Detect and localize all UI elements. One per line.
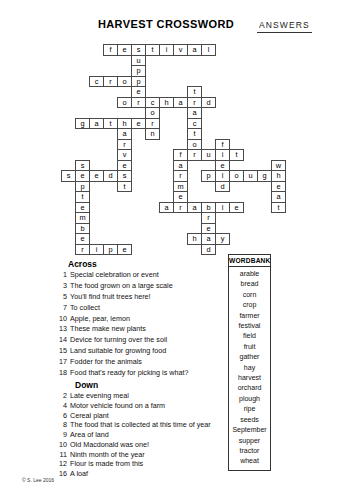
grid-cell-15-9: a (187, 202, 202, 214)
wordbank-word: tractor (229, 446, 270, 456)
wordbank-word: supper (229, 436, 270, 446)
clue-text: Ninth month of the year (70, 450, 145, 460)
clue-number: 13 (56, 324, 67, 335)
grid-cell-3-2: c (89, 76, 104, 88)
grid-cell-12-13: u (243, 170, 258, 182)
grid-cell-0-6: t (145, 44, 160, 56)
across-clue-10: 10Apple, pear, lemon (56, 314, 234, 325)
grid-cell-12-10: p (201, 170, 216, 182)
across-clue-7: 7To collect (56, 303, 234, 314)
wordbank-word: farmer (229, 311, 270, 321)
grid-cell-19-10: d (201, 244, 216, 256)
down-clue-4: 4Motor vehicle found on a farm (56, 401, 234, 411)
clue-text: Land suitable for growing food (70, 346, 166, 357)
clue-number: 7 (56, 303, 67, 314)
grid-cell-12-12: o (229, 170, 244, 182)
grid-cell-15-15: t (271, 202, 286, 214)
grid-cell-12-0: s (61, 170, 76, 182)
clue-text: To collect (70, 303, 100, 314)
down-clue-16: 16A loaf (56, 469, 234, 479)
across-clue-list: 1Special celebration or event3The food g… (56, 270, 234, 379)
grid-cell-19-1: r (75, 244, 90, 256)
grid-cell-5-10: d (201, 97, 216, 109)
grid-cell-15-7: a (159, 202, 174, 214)
grid-cell-15-11: l (215, 202, 230, 214)
clue-number: 14 (56, 335, 67, 346)
grid-cell-19-2: i (89, 244, 104, 256)
clue-number: 15 (56, 346, 67, 357)
grid-cell-12-14: g (257, 170, 272, 182)
clue-number: 18 (56, 368, 67, 379)
clue-number: 5 (56, 292, 67, 303)
wordbank-word: corn (229, 290, 270, 300)
down-clue-6: 6Cereal plant (56, 411, 234, 421)
clue-number: 17 (56, 357, 67, 368)
clue-number: 8 (56, 420, 67, 430)
grid-cell-10-9: r (187, 149, 202, 161)
grid-cell-7-1: g (75, 118, 90, 130)
clue-text: The food grown on a large scale (70, 281, 173, 292)
grid-cell-7-3: t (103, 118, 118, 130)
grid-cell-15-12: e (229, 202, 244, 214)
wordbank-word: plough (229, 394, 270, 404)
clue-number: 10 (56, 440, 67, 450)
down-clue-2: 2Late evening meal (56, 391, 234, 401)
clue-text: Apple, pear, lemon (70, 314, 130, 325)
wordbank-word: wheat (229, 456, 270, 466)
down-heading: Down (75, 379, 234, 391)
grid-cell-5-8: a (173, 97, 188, 109)
copyright-note: © S. Lee 2016 (22, 477, 54, 483)
grid-cell-0-9: a (187, 44, 202, 56)
grid-cell-3-3: r (103, 76, 118, 88)
clue-text: A loaf (70, 469, 88, 479)
grid-cell-10-12: t (229, 149, 244, 161)
wordbank-word: orchard (229, 383, 270, 393)
clue-text: Special celebration or event (70, 270, 159, 281)
clue-number: 3 (56, 281, 67, 292)
clue-number: 4 (56, 401, 67, 411)
grid-cell-19-3: p (103, 244, 118, 256)
across-clue-17: 17Fodder for the animals (56, 357, 234, 368)
wordbank-word: field (229, 331, 270, 341)
across-clue-5: 5You'll find fruit trees here! (56, 292, 234, 303)
down-clue-9: 9Area of land (56, 430, 234, 440)
wordbank-word: seeds (229, 415, 270, 425)
wordbank-list: arablebreadcorncropfarmerfestivalfieldfr… (228, 267, 271, 471)
wordbank-word: fruit (229, 342, 270, 352)
grid-cell-0-4: e (117, 44, 132, 56)
grid-cell-7-2: a (89, 118, 104, 130)
clues-section: Across 1Special celebration or event3The… (56, 258, 234, 479)
grid-cell-5-7: h (159, 97, 174, 109)
clue-number: 11 (56, 450, 67, 460)
clue-number: 16 (56, 469, 67, 479)
grid-cell-0-10: l (201, 44, 216, 56)
wordbank-word: hay (229, 363, 270, 373)
clue-number: 12 (56, 459, 67, 469)
grid-cell-5-5: r (131, 97, 146, 109)
grid-cell-13-11: d (215, 181, 230, 193)
grid-cell-12-3: d (103, 170, 118, 182)
clue-text: Food that's ready for picking is what? (70, 368, 188, 379)
grid-cell-12-2: e (89, 170, 104, 182)
clue-text: Area of land (70, 430, 109, 440)
grid-cell-3-4: o (117, 76, 132, 88)
wordbank-word: festival (229, 321, 270, 331)
clue-number: 9 (56, 430, 67, 440)
clue-number: 10 (56, 314, 67, 325)
clue-text: Old Macdonald was one! (70, 440, 149, 450)
across-clue-15: 15Land suitable for growing food (56, 346, 234, 357)
clue-number: 6 (56, 411, 67, 421)
wordbank: WORDBANK arablebreadcorncropfarmerfestiv… (228, 254, 271, 471)
grid-cell-7-5: e (131, 118, 146, 130)
grid-cell-8-6: n (145, 128, 160, 140)
wordbank-word: arable (229, 269, 270, 279)
across-clue-3: 3The food grown on a large scale (56, 281, 234, 292)
down-clue-11: 11Ninth month of the year (56, 450, 234, 460)
grid-cell-5-4: o (117, 97, 132, 109)
wordbank-word: harvest (229, 373, 270, 383)
page-title: HARVEST CROSSWORD (98, 18, 234, 30)
clue-text: Late evening meal (70, 391, 129, 401)
across-clue-1: 1Special celebration or event (56, 270, 234, 281)
wordbank-heading: WORDBANK (228, 254, 271, 267)
wordbank-word: bread (229, 279, 270, 289)
down-clue-list: 2Late evening meal4Motor vehicle found o… (56, 391, 234, 479)
clue-text: These make new plants (70, 324, 146, 335)
grid-cell-13-4: t (117, 181, 132, 193)
across-clue-14: 14Device for turning over the soil (56, 335, 234, 346)
across-clue-13: 13These make new plants (56, 324, 234, 335)
grid-cell-18-9: h (187, 233, 202, 245)
clue-text: Device for turning over the soil (70, 335, 167, 346)
across-heading: Across (68, 258, 234, 270)
grid-cell-18-11: y (215, 233, 230, 245)
clue-number: 2 (56, 391, 67, 401)
grid-cell-15-8: r (173, 202, 188, 214)
clue-number: 1 (56, 270, 67, 281)
down-clue-12: 12Flour is made from this (56, 459, 234, 469)
across-clue-18: 18Food that's ready for picking is what? (56, 368, 234, 379)
clue-text: Flour is made from this (70, 459, 143, 469)
down-clue-8: 8The food that is collected at this time… (56, 420, 234, 430)
clue-text: Cereal plant (70, 411, 109, 421)
clue-text: The food that is collected at this time … (70, 420, 211, 430)
grid-cell-0-7: i (159, 44, 174, 56)
down-clue-10: 10Old Macdonald was one! (56, 440, 234, 450)
grid-cell-0-8: v (173, 44, 188, 56)
wordbank-word: gather (229, 352, 270, 362)
clue-text: Fodder for the animals (70, 357, 142, 368)
answers-label: ANSWERS (257, 20, 312, 33)
grid-cell-0-3: f (103, 44, 118, 56)
crossword-grid: festivalupcropetorchardoagathercantrofvf… (61, 44, 287, 256)
clue-text: You'll find fruit trees here! (70, 292, 151, 303)
wordbank-word: crop (229, 300, 270, 310)
wordbank-word: ripe (229, 404, 270, 414)
wordbank-word: September (229, 425, 270, 435)
clue-text: Motor vehicle found on a farm (70, 401, 165, 411)
grid-cell-10-10: u (201, 149, 216, 161)
worksheet-page: HARVEST CROSSWORD ANSWERS festivalupcrop… (0, 0, 354, 500)
grid-cell-19-4: e (117, 244, 132, 256)
